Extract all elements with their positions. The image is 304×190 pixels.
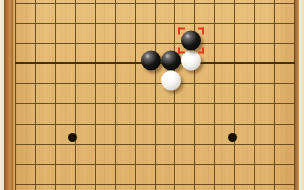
star-point bbox=[228, 133, 237, 142]
last-move-marker bbox=[178, 28, 204, 54]
last-move-marker-corner bbox=[198, 28, 205, 35]
white-stone bbox=[181, 51, 201, 71]
gomoku-app-screen bbox=[0, 0, 304, 190]
board-grid[interactable] bbox=[5, 0, 304, 190]
last-move-marker-corner bbox=[198, 47, 205, 54]
last-move-marker-corner bbox=[178, 28, 185, 35]
white-stone bbox=[161, 71, 181, 91]
black-stone bbox=[161, 51, 181, 71]
black-stone bbox=[181, 31, 201, 51]
star-point bbox=[68, 133, 77, 142]
black-stone bbox=[141, 51, 161, 71]
